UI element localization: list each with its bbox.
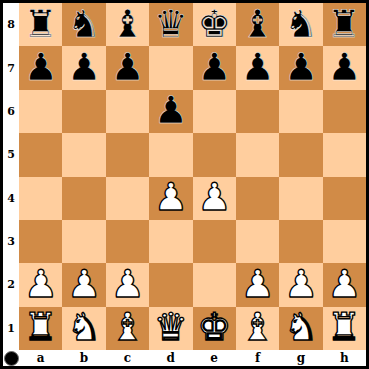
black-pawn[interactable]: ♟ xyxy=(24,48,58,86)
black-knight[interactable]: ♞ xyxy=(284,5,318,43)
white-queen[interactable]: ♛ xyxy=(154,308,188,346)
black-pawn[interactable]: ♟ xyxy=(327,48,361,86)
square-g3[interactable] xyxy=(279,220,322,263)
square-h8[interactable]: ♜ xyxy=(323,3,366,46)
rank-label-5: 5 xyxy=(3,133,19,176)
square-h4[interactable] xyxy=(323,177,366,220)
white-rook[interactable]: ♜ xyxy=(24,308,58,346)
black-pawn[interactable]: ♟ xyxy=(67,48,101,86)
square-c7[interactable]: ♟ xyxy=(106,46,149,89)
square-d3[interactable] xyxy=(149,220,192,263)
white-pawn[interactable]: ♟ xyxy=(24,265,58,303)
square-d2[interactable] xyxy=(149,263,192,306)
square-a3[interactable] xyxy=(19,220,62,263)
white-pawn[interactable]: ♟ xyxy=(327,265,361,303)
square-c8[interactable]: ♝ xyxy=(106,3,149,46)
white-rook[interactable]: ♜ xyxy=(327,308,361,346)
square-a1[interactable]: ♜ xyxy=(19,307,62,350)
square-d5[interactable] xyxy=(149,133,192,176)
white-knight[interactable]: ♞ xyxy=(67,308,101,346)
square-c4[interactable] xyxy=(106,177,149,220)
file-label-d: d xyxy=(149,350,192,366)
square-e5[interactable] xyxy=(193,133,236,176)
square-g4[interactable] xyxy=(279,177,322,220)
black-pawn[interactable]: ♟ xyxy=(241,48,275,86)
square-g6[interactable] xyxy=(279,90,322,133)
black-king[interactable]: ♚ xyxy=(197,5,231,43)
black-bishop[interactable]: ♝ xyxy=(241,5,275,43)
file-label-f: f xyxy=(236,350,279,366)
square-g1[interactable]: ♞ xyxy=(279,307,322,350)
white-pawn[interactable]: ♟ xyxy=(284,265,318,303)
square-h7[interactable]: ♟ xyxy=(323,46,366,89)
file-label-c: c xyxy=(106,350,149,366)
square-h6[interactable] xyxy=(323,90,366,133)
square-h3[interactable] xyxy=(323,220,366,263)
square-f2[interactable]: ♟ xyxy=(236,263,279,306)
square-d6[interactable]: ♟ xyxy=(149,90,192,133)
square-h1[interactable]: ♜ xyxy=(323,307,366,350)
square-f4[interactable] xyxy=(236,177,279,220)
square-b5[interactable] xyxy=(62,133,105,176)
square-g5[interactable] xyxy=(279,133,322,176)
square-e2[interactable] xyxy=(193,263,236,306)
white-pawn[interactable]: ♟ xyxy=(110,265,144,303)
side-to-move-cell xyxy=(3,350,19,366)
square-e4[interactable]: ♟ xyxy=(193,177,236,220)
file-label-b: b xyxy=(62,350,105,366)
square-b7[interactable]: ♟ xyxy=(62,46,105,89)
square-b2[interactable]: ♟ xyxy=(62,263,105,306)
square-a7[interactable]: ♟ xyxy=(19,46,62,89)
square-b3[interactable] xyxy=(62,220,105,263)
black-pawn[interactable]: ♟ xyxy=(154,91,188,129)
rank-label-1: 1 xyxy=(3,307,19,350)
square-b4[interactable] xyxy=(62,177,105,220)
black-bishop[interactable]: ♝ xyxy=(110,5,144,43)
square-e6[interactable] xyxy=(193,90,236,133)
square-h2[interactable]: ♟ xyxy=(323,263,366,306)
rank-label-4: 4 xyxy=(3,177,19,220)
white-king[interactable]: ♚ xyxy=(197,308,231,346)
square-b6[interactable] xyxy=(62,90,105,133)
file-label-a: a xyxy=(19,350,62,366)
square-b8[interactable]: ♞ xyxy=(62,3,105,46)
white-pawn[interactable]: ♟ xyxy=(197,178,231,216)
square-c3[interactable] xyxy=(106,220,149,263)
white-bishop[interactable]: ♝ xyxy=(241,308,275,346)
black-to-move-indicator xyxy=(4,351,19,366)
black-pawn[interactable]: ♟ xyxy=(284,48,318,86)
square-g2[interactable]: ♟ xyxy=(279,263,322,306)
rank-label-2: 2 xyxy=(3,263,19,306)
file-label-h: h xyxy=(323,350,366,366)
square-d7[interactable] xyxy=(149,46,192,89)
rank-label-6: 6 xyxy=(3,90,19,133)
square-a4[interactable] xyxy=(19,177,62,220)
file-label-e: e xyxy=(193,350,236,366)
rank-label-3: 3 xyxy=(3,220,19,263)
square-f6[interactable] xyxy=(236,90,279,133)
rank-label-8: 8 xyxy=(3,3,19,46)
black-pawn[interactable]: ♟ xyxy=(197,48,231,86)
square-a8[interactable]: ♜ xyxy=(19,3,62,46)
rank-label-7: 7 xyxy=(3,46,19,89)
square-e3[interactable] xyxy=(193,220,236,263)
square-c5[interactable] xyxy=(106,133,149,176)
square-a6[interactable] xyxy=(19,90,62,133)
black-rook[interactable]: ♜ xyxy=(327,5,361,43)
square-c1[interactable]: ♝ xyxy=(106,307,149,350)
square-c6[interactable] xyxy=(106,90,149,133)
white-pawn[interactable]: ♟ xyxy=(241,265,275,303)
square-d4[interactable]: ♟ xyxy=(149,177,192,220)
square-c2[interactable]: ♟ xyxy=(106,263,149,306)
square-f3[interactable] xyxy=(236,220,279,263)
square-g7[interactable]: ♟ xyxy=(279,46,322,89)
square-a5[interactable] xyxy=(19,133,62,176)
black-rook[interactable]: ♜ xyxy=(24,5,58,43)
white-pawn[interactable]: ♟ xyxy=(154,178,188,216)
square-a2[interactable]: ♟ xyxy=(19,263,62,306)
square-f1[interactable]: ♝ xyxy=(236,307,279,350)
square-b1[interactable]: ♞ xyxy=(62,307,105,350)
white-knight[interactable]: ♞ xyxy=(284,308,318,346)
square-e7[interactable]: ♟ xyxy=(193,46,236,89)
square-d1[interactable]: ♛ xyxy=(149,307,192,350)
square-h5[interactable] xyxy=(323,133,366,176)
square-f5[interactable] xyxy=(236,133,279,176)
white-pawn[interactable]: ♟ xyxy=(67,265,101,303)
square-d8[interactable]: ♛ xyxy=(149,3,192,46)
white-bishop[interactable]: ♝ xyxy=(110,308,144,346)
square-e8[interactable]: ♚ xyxy=(193,3,236,46)
square-g8[interactable]: ♞ xyxy=(279,3,322,46)
square-f7[interactable]: ♟ xyxy=(236,46,279,89)
file-label-g: g xyxy=(279,350,322,366)
black-pawn[interactable]: ♟ xyxy=(110,48,144,86)
black-queen[interactable]: ♛ xyxy=(154,5,188,43)
chess-board: 8♜♞♝♛♚♝♞♜7♟♟♟♟♟♟♟6♟54♟♟32♟♟♟♟♟♟1♜♞♝♛♚♝♞♜… xyxy=(0,0,369,369)
square-e1[interactable]: ♚ xyxy=(193,307,236,350)
square-f8[interactable]: ♝ xyxy=(236,3,279,46)
black-knight[interactable]: ♞ xyxy=(67,5,101,43)
